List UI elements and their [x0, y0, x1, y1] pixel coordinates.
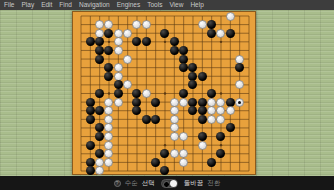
status-right-dim-label: 전환 [207, 176, 220, 190]
white-stone[interactable] [198, 20, 207, 29]
black-stone[interactable] [86, 166, 95, 175]
star-point [220, 92, 222, 94]
menu-item-find[interactable]: Find [59, 0, 72, 10]
status-left-dim-label: 수순 [125, 176, 138, 190]
white-stone[interactable] [226, 12, 235, 21]
black-stone[interactable] [86, 141, 95, 150]
black-stone[interactable] [198, 132, 207, 141]
menu-item-navigation[interactable]: Navigation [79, 0, 110, 10]
status-left-label: 선택 [142, 176, 155, 190]
star-point [108, 41, 110, 43]
status-right-label: 돌바꿈 [184, 176, 204, 190]
menu-item-view[interactable]: View [169, 0, 183, 10]
white-stone[interactable] [95, 166, 104, 175]
star-point [108, 92, 110, 94]
white-stone[interactable] [123, 55, 132, 64]
info-icon[interactable]: ? [114, 180, 121, 187]
black-stone[interactable] [86, 115, 95, 124]
white-stone[interactable] [114, 46, 123, 55]
white-stone[interactable] [235, 98, 244, 107]
white-stone[interactable] [170, 106, 179, 115]
white-stone[interactable] [142, 20, 151, 29]
black-stone[interactable] [198, 72, 207, 81]
white-stone[interactable] [170, 132, 179, 141]
black-stone[interactable] [114, 89, 123, 98]
last-move-marker [238, 101, 241, 104]
status-bar: ? 수순 선택 돌바꿈 전환 [0, 176, 334, 190]
menu-bar: FilePlayEditFindNavigationEnginesToolsVi… [0, 0, 334, 10]
black-stone[interactable] [142, 115, 151, 124]
stone-color-toggle[interactable] [161, 179, 178, 188]
white-stone[interactable] [142, 89, 151, 98]
black-stone[interactable] [151, 115, 160, 124]
menu-item-play[interactable]: Play [21, 0, 34, 10]
black-stone[interactable] [207, 29, 216, 38]
star-point [220, 144, 222, 146]
black-stone[interactable] [207, 158, 216, 167]
go-board[interactable] [72, 11, 256, 175]
star-point [164, 41, 166, 43]
black-stone[interactable] [86, 106, 95, 115]
black-stone[interactable] [151, 158, 160, 167]
menu-item-edit[interactable]: Edit [41, 0, 52, 10]
white-stone[interactable] [114, 98, 123, 107]
star-point [164, 92, 166, 94]
white-stone-icon [170, 180, 177, 187]
white-stone[interactable] [207, 115, 216, 124]
white-stone[interactable] [198, 141, 207, 150]
menu-item-engines[interactable]: Engines [117, 0, 141, 10]
black-stone[interactable] [198, 106, 207, 115]
black-stone-icon [163, 181, 170, 188]
black-stone[interactable] [226, 29, 235, 38]
black-stone[interactable] [151, 98, 160, 107]
menu-item-tools[interactable]: Tools [147, 0, 162, 10]
white-stone[interactable] [114, 63, 123, 72]
black-stone[interactable] [170, 46, 179, 55]
workspace-background [0, 10, 334, 176]
black-stone[interactable] [198, 115, 207, 124]
black-stone[interactable] [95, 55, 104, 64]
white-stone[interactable] [179, 158, 188, 167]
star-point [220, 41, 222, 43]
star-point [164, 144, 166, 146]
black-stone[interactable] [160, 166, 169, 175]
white-stone[interactable] [123, 29, 132, 38]
menu-item-help[interactable]: Help [190, 0, 203, 10]
white-stone[interactable] [179, 98, 188, 107]
menu-item-file[interactable]: File [4, 0, 14, 10]
white-stone[interactable] [226, 106, 235, 115]
